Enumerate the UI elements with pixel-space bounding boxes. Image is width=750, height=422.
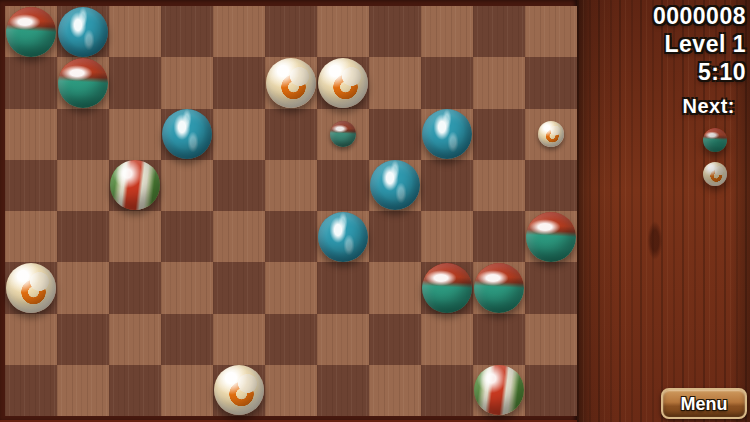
marble-blue[interactable] xyxy=(422,109,472,159)
board-cell[interactable] xyxy=(525,262,577,313)
board-cell[interactable] xyxy=(369,57,421,108)
menu-button[interactable]: Menu xyxy=(661,388,747,419)
board-cell[interactable] xyxy=(369,6,421,57)
board-cell[interactable] xyxy=(109,109,161,160)
board-cell[interactable] xyxy=(161,262,213,313)
board-cell[interactable] xyxy=(109,6,161,57)
marble-teal-red[interactable] xyxy=(58,58,108,108)
board-cell[interactable] xyxy=(473,314,525,365)
board-cell[interactable] xyxy=(161,160,213,211)
next-marble-teal-red xyxy=(703,128,727,152)
next-marbles-tray xyxy=(653,128,746,186)
board-cell[interactable] xyxy=(265,160,317,211)
board-cell[interactable] xyxy=(57,109,109,160)
board-cell[interactable] xyxy=(421,365,473,416)
marble-teal-red[interactable] xyxy=(474,263,524,313)
board-cell[interactable] xyxy=(369,365,421,416)
board-cell[interactable] xyxy=(57,160,109,211)
board-cell[interactable] xyxy=(369,262,421,313)
marble-blue[interactable] xyxy=(162,109,212,159)
board-cell[interactable] xyxy=(213,109,265,160)
board-cell[interactable] xyxy=(421,211,473,262)
board-cell[interactable] xyxy=(525,57,577,108)
board-cell[interactable] xyxy=(57,211,109,262)
board-cell[interactable] xyxy=(213,314,265,365)
level-label: Level 1 xyxy=(653,30,746,58)
board-cell[interactable] xyxy=(265,211,317,262)
marble-white-orange[interactable] xyxy=(266,58,316,108)
marble-white-orange[interactable] xyxy=(6,263,56,313)
next-marble-white-orange xyxy=(703,162,727,186)
board-cell[interactable] xyxy=(109,211,161,262)
board-cell[interactable] xyxy=(525,314,577,365)
board-cell[interactable] xyxy=(5,314,57,365)
hud: 0000008 Level 1 5:10 Next: xyxy=(653,2,746,186)
board-cell[interactable] xyxy=(213,6,265,57)
board-cell[interactable] xyxy=(109,57,161,108)
board-cell[interactable] xyxy=(265,262,317,313)
board-cell[interactable] xyxy=(369,109,421,160)
board-cell[interactable] xyxy=(161,365,213,416)
board-cell[interactable] xyxy=(317,6,369,57)
board-cell[interactable] xyxy=(213,160,265,211)
board-cell[interactable] xyxy=(525,6,577,57)
next-label: Next: xyxy=(653,94,735,118)
board-cell[interactable] xyxy=(473,6,525,57)
board-cell[interactable] xyxy=(421,314,473,365)
board-cell[interactable] xyxy=(161,211,213,262)
board-cell[interactable] xyxy=(525,160,577,211)
board-cell[interactable] xyxy=(109,365,161,416)
preview-marble-white-orange xyxy=(538,121,564,147)
board-cell[interactable] xyxy=(265,314,317,365)
board-cell[interactable] xyxy=(525,365,577,416)
board-cell[interactable] xyxy=(109,262,161,313)
board-cell[interactable] xyxy=(109,314,161,365)
board-cell[interactable] xyxy=(265,6,317,57)
board-cell[interactable] xyxy=(317,314,369,365)
marble-board xyxy=(0,0,577,422)
board-cell[interactable] xyxy=(473,160,525,211)
score-value: 0000008 xyxy=(653,2,746,30)
marble-blue[interactable] xyxy=(318,212,368,262)
board-cell[interactable] xyxy=(473,109,525,160)
board-cell[interactable] xyxy=(161,314,213,365)
board-cell[interactable] xyxy=(421,160,473,211)
board-cell[interactable] xyxy=(5,365,57,416)
board-cell[interactable] xyxy=(5,57,57,108)
board-cell[interactable] xyxy=(57,262,109,313)
board-cell[interactable] xyxy=(5,109,57,160)
board-cell[interactable] xyxy=(265,109,317,160)
board-cell[interactable] xyxy=(161,6,213,57)
game-screen: 0000008 Level 1 5:10 Next: Menu xyxy=(0,0,750,422)
board-cell[interactable] xyxy=(213,211,265,262)
board-cell[interactable] xyxy=(57,365,109,416)
marble-teal-red[interactable] xyxy=(6,7,56,57)
board-cell[interactable] xyxy=(421,57,473,108)
marble-teal-red[interactable] xyxy=(422,263,472,313)
board-cell[interactable] xyxy=(473,211,525,262)
board-cell[interactable] xyxy=(317,160,369,211)
board-cell[interactable] xyxy=(369,211,421,262)
board-cell[interactable] xyxy=(5,160,57,211)
board-cell[interactable] xyxy=(317,365,369,416)
preview-marble-teal-red xyxy=(330,121,356,147)
board-cell[interactable] xyxy=(57,314,109,365)
board-cell[interactable] xyxy=(213,262,265,313)
sidebar: 0000008 Level 1 5:10 Next: Menu xyxy=(577,0,750,422)
board-cell[interactable] xyxy=(317,262,369,313)
board-cell[interactable] xyxy=(161,57,213,108)
board-cell[interactable] xyxy=(265,365,317,416)
board-cell[interactable] xyxy=(213,57,265,108)
board-cell[interactable] xyxy=(5,211,57,262)
marble-blue[interactable] xyxy=(58,7,108,57)
time-remaining: 5:10 xyxy=(653,58,746,86)
board-cell[interactable] xyxy=(473,57,525,108)
marble-teal-red[interactable] xyxy=(526,212,576,262)
marble-white-orange[interactable] xyxy=(318,58,368,108)
board-cell[interactable] xyxy=(421,6,473,57)
board-cell[interactable] xyxy=(369,314,421,365)
